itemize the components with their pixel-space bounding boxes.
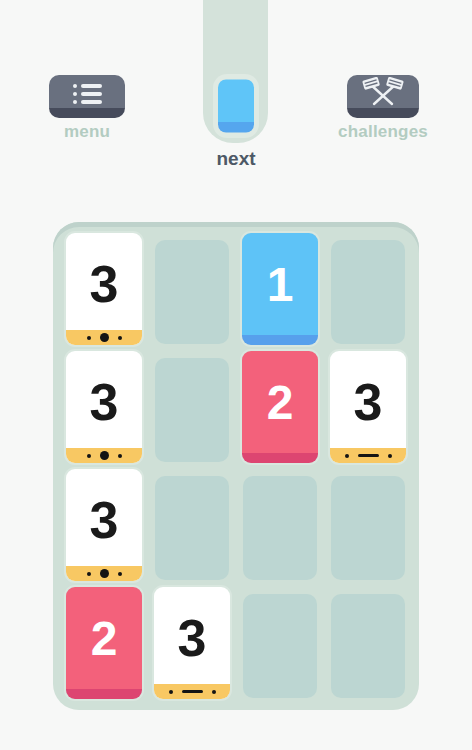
challenges-label: challenges [321, 122, 445, 142]
empty-cell-well [331, 476, 405, 580]
tile-value: 2 [242, 351, 318, 463]
empty-cell-well [155, 358, 229, 462]
next-tile-strip [203, 0, 268, 143]
empty-cell-well [155, 476, 229, 580]
empty-cell-well [243, 476, 317, 580]
empty-cell-well [243, 594, 317, 698]
board-cell: 3 [330, 351, 406, 463]
tile-card-2[interactable]: 2 [66, 587, 142, 699]
tile-value: 3 [154, 587, 230, 684]
tile-value: 3 [330, 351, 406, 448]
empty-cell-well [331, 240, 405, 344]
board-cell: 1 [242, 233, 318, 345]
card-face-sleep [330, 448, 406, 463]
card-face-dots [66, 330, 142, 345]
card-face-sleep [154, 684, 230, 699]
tile-value: 3 [66, 233, 142, 330]
board-cell: 3 [154, 587, 230, 699]
card-face-dots [66, 448, 142, 463]
board-cell [330, 469, 406, 581]
challenges-button[interactable] [347, 75, 419, 118]
board-grid[interactable]: 31323323 [53, 222, 419, 710]
board-cell [154, 351, 230, 463]
tile-card-3[interactable]: 3 [66, 469, 142, 581]
board-cell [154, 233, 230, 345]
next-tile-well [213, 74, 259, 138]
board-cell [242, 587, 318, 699]
tile-card-3[interactable]: 3 [154, 587, 230, 699]
threes-app: next menu challenges [0, 0, 472, 750]
tile-value: 2 [66, 587, 142, 699]
board-cell [242, 469, 318, 581]
crossed-flags-icon [362, 77, 404, 107]
card-face-dots [66, 566, 142, 581]
board-cell: 3 [66, 351, 142, 463]
tile-card-3[interactable]: 3 [330, 351, 406, 463]
tile-value: 1 [242, 233, 318, 345]
next-label: next [183, 148, 289, 170]
tile-card-2[interactable]: 2 [242, 351, 318, 463]
tile-value: 3 [66, 469, 142, 566]
next-tile-card [218, 80, 254, 133]
menu-label: menu [39, 122, 135, 142]
board-cell [330, 587, 406, 699]
game-board[interactable]: 31323323 [53, 222, 419, 710]
tile-card-3[interactable]: 3 [66, 351, 142, 463]
board-cell: 3 [66, 469, 142, 581]
empty-cell-well [155, 240, 229, 344]
empty-cell-well [331, 594, 405, 698]
tile-value: 3 [66, 351, 142, 448]
tile-card-3[interactable]: 3 [66, 233, 142, 345]
menu-button[interactable] [49, 75, 125, 118]
board-cell [330, 233, 406, 345]
tile-card-1[interactable]: 1 [242, 233, 318, 345]
board-cell: 2 [242, 351, 318, 463]
board-cell: 3 [66, 233, 142, 345]
list-icon [73, 84, 102, 104]
board-cell: 2 [66, 587, 142, 699]
board-cell [154, 469, 230, 581]
